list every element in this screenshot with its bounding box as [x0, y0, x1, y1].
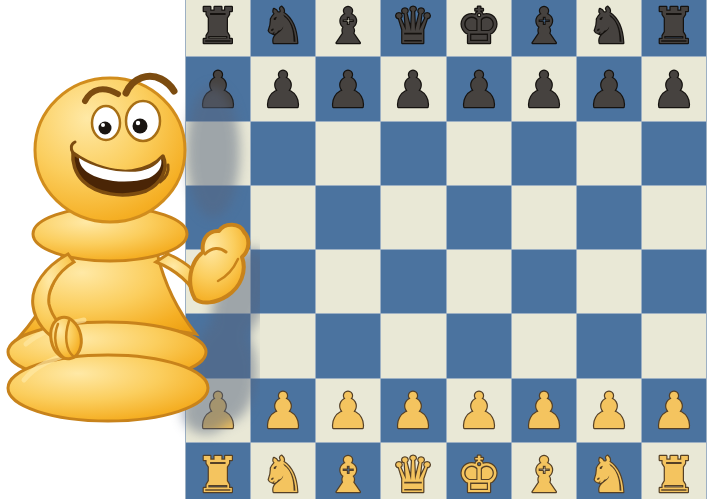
square-e6[interactable]: [447, 122, 511, 185]
square-d2[interactable]: ♟: [381, 379, 445, 442]
chess-board: ♜♞♝♛♚♝♞♜♟♟♟♟♟♟♟♟♟♟♟♟♟♟♟♟♜♞♝♛♚♝♞♜: [185, 0, 707, 499]
square-f1[interactable]: ♝: [512, 443, 576, 499]
svg-text:♟: ♟: [521, 382, 566, 440]
square-g3[interactable]: [577, 314, 641, 377]
svg-text:♞: ♞: [587, 0, 632, 54]
white-pawn: ♟: [449, 380, 509, 440]
svg-text:♟: ♟: [326, 61, 371, 119]
square-f6[interactable]: [512, 122, 576, 185]
svg-text:♟: ♟: [261, 382, 306, 440]
square-c5[interactable]: [316, 186, 380, 249]
white-bishop: ♝: [318, 444, 378, 499]
svg-text:♟: ♟: [261, 61, 306, 119]
square-h6[interactable]: [642, 122, 706, 185]
square-g6[interactable]: [577, 122, 641, 185]
square-g2[interactable]: ♟: [577, 379, 641, 442]
square-h8[interactable]: ♜: [642, 0, 706, 56]
svg-text:♟: ♟: [587, 382, 632, 440]
black-pawn: ♟: [514, 59, 574, 119]
square-b3[interactable]: [251, 314, 315, 377]
svg-text:♟: ♟: [652, 61, 697, 119]
black-knight: ♞: [579, 0, 639, 55]
square-e7[interactable]: ♟: [447, 57, 511, 120]
svg-text:♟: ♟: [456, 61, 501, 119]
square-b4[interactable]: [251, 250, 315, 313]
svg-text:♜: ♜: [652, 0, 697, 54]
square-d6[interactable]: [381, 122, 445, 185]
square-d7[interactable]: ♟: [381, 57, 445, 120]
square-d5[interactable]: [381, 186, 445, 249]
square-b1[interactable]: ♞: [251, 443, 315, 499]
white-queen: ♛: [383, 444, 443, 499]
svg-text:♝: ♝: [521, 0, 566, 54]
white-pawn: ♟: [644, 380, 704, 440]
square-e1[interactable]: ♚: [447, 443, 511, 499]
svg-text:♞: ♞: [587, 446, 632, 499]
svg-text:♝: ♝: [326, 0, 371, 54]
square-h5[interactable]: [642, 186, 706, 249]
mascot-head: [35, 78, 185, 222]
square-c2[interactable]: ♟: [316, 379, 380, 442]
square-b6[interactable]: [251, 122, 315, 185]
square-h2[interactable]: ♟: [642, 379, 706, 442]
square-d4[interactable]: [381, 250, 445, 313]
black-pawn: ♟: [579, 59, 639, 119]
white-bishop: ♝: [514, 444, 574, 499]
svg-text:♜: ♜: [652, 446, 697, 499]
square-g1[interactable]: ♞: [577, 443, 641, 499]
square-d3[interactable]: [381, 314, 445, 377]
square-b8[interactable]: ♞: [251, 0, 315, 56]
svg-text:♟: ♟: [456, 382, 501, 440]
svg-text:♝: ♝: [326, 446, 371, 499]
square-b7[interactable]: ♟: [251, 57, 315, 120]
mascot-right-hand: [190, 225, 248, 303]
svg-text:♟: ♟: [391, 61, 436, 119]
square-c3[interactable]: [316, 314, 380, 377]
square-h7[interactable]: ♟: [642, 57, 706, 120]
square-g5[interactable]: [577, 186, 641, 249]
white-pawn: ♟: [383, 380, 443, 440]
black-knight: ♞: [253, 0, 313, 55]
square-b2[interactable]: ♟: [251, 379, 315, 442]
white-knight: ♞: [579, 444, 639, 499]
square-e2[interactable]: ♟: [447, 379, 511, 442]
scene: ♜♞♝♛♚♝♞♜♟♟♟♟♟♟♟♟♟♟♟♟♟♟♟♟♜♞♝♛♚♝♞♜: [0, 0, 707, 499]
square-d1[interactable]: ♛: [381, 443, 445, 499]
black-queen: ♛: [383, 0, 443, 55]
white-pawn: ♟: [318, 380, 378, 440]
white-pawn: ♟: [253, 380, 313, 440]
black-pawn: ♟: [383, 59, 443, 119]
svg-text:♟: ♟: [652, 382, 697, 440]
square-g8[interactable]: ♞: [577, 0, 641, 56]
black-bishop: ♝: [318, 0, 378, 55]
svg-text:♛: ♛: [391, 0, 436, 54]
svg-text:♛: ♛: [391, 446, 436, 499]
black-pawn: ♟: [318, 59, 378, 119]
square-f5[interactable]: [512, 186, 576, 249]
black-rook: ♜: [644, 0, 704, 55]
square-c4[interactable]: [316, 250, 380, 313]
white-pawn: ♟: [514, 380, 574, 440]
square-e3[interactable]: [447, 314, 511, 377]
svg-text:♞: ♞: [261, 446, 306, 499]
square-h4[interactable]: [642, 250, 706, 313]
svg-text:♟: ♟: [326, 382, 371, 440]
square-d8[interactable]: ♛: [381, 0, 445, 56]
square-c7[interactable]: ♟: [316, 57, 380, 120]
white-king: ♚: [449, 444, 509, 499]
black-pawn: ♟: [253, 59, 313, 119]
svg-text:♟: ♟: [521, 61, 566, 119]
svg-text:♞: ♞: [261, 0, 306, 54]
svg-text:♟: ♟: [391, 382, 436, 440]
pawn-mascot: [0, 0, 260, 499]
square-e8[interactable]: ♚: [447, 0, 511, 56]
square-g7[interactable]: ♟: [577, 57, 641, 120]
svg-text:♝: ♝: [521, 446, 566, 499]
square-f3[interactable]: [512, 314, 576, 377]
black-king: ♚: [449, 0, 509, 55]
square-e4[interactable]: [447, 250, 511, 313]
square-g4[interactable]: [577, 250, 641, 313]
square-h3[interactable]: [642, 314, 706, 377]
svg-text:♚: ♚: [456, 0, 501, 54]
square-f7[interactable]: ♟: [512, 57, 576, 120]
white-rook: ♜: [644, 444, 704, 499]
square-b5[interactable]: [251, 186, 315, 249]
white-knight: ♞: [253, 444, 313, 499]
white-pawn: ♟: [579, 380, 639, 440]
black-pawn: ♟: [644, 59, 704, 119]
svg-text:♚: ♚: [456, 446, 501, 499]
square-f8[interactable]: ♝: [512, 0, 576, 56]
square-c1[interactable]: ♝: [316, 443, 380, 499]
black-bishop: ♝: [514, 0, 574, 55]
square-h1[interactable]: ♜: [642, 443, 706, 499]
black-pawn: ♟: [449, 59, 509, 119]
square-c6[interactable]: [316, 122, 380, 185]
square-e5[interactable]: [447, 186, 511, 249]
square-f2[interactable]: ♟: [512, 379, 576, 442]
svg-text:♟: ♟: [587, 61, 632, 119]
square-f4[interactable]: [512, 250, 576, 313]
square-c8[interactable]: ♝: [316, 0, 380, 56]
